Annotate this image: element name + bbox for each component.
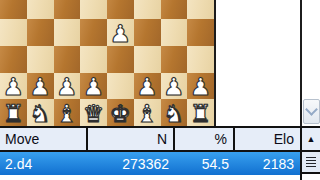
board-square[interactable]: ♞ <box>27 99 54 126</box>
board-square[interactable]: ♟ <box>134 73 161 100</box>
white-queen-icon[interactable]: ♛ <box>83 101 105 126</box>
white-pawn-icon[interactable]: ♟ <box>110 21 132 47</box>
white-pawn-icon[interactable]: ♟ <box>163 74 185 100</box>
cell-percent: 54.5 <box>175 152 235 175</box>
board-square[interactable] <box>134 19 161 46</box>
white-knight-icon[interactable]: ♞ <box>29 101 51 126</box>
board-square[interactable]: ♟ <box>27 73 54 100</box>
cell-n: 273362 <box>88 152 175 175</box>
board-square[interactable] <box>80 19 107 46</box>
grip-line <box>306 163 316 164</box>
cell-move: 2.d3 <box>0 176 88 180</box>
notation-panel <box>216 0 300 126</box>
board-square[interactable]: ♟ <box>187 73 214 100</box>
board-square[interactable]: ♝ <box>134 99 161 126</box>
board-square[interactable] <box>0 19 27 46</box>
board-square[interactable] <box>54 46 81 73</box>
table-row-selected[interactable]: 2.d4 273362 54.5 2183 <box>0 152 300 175</box>
board-square[interactable] <box>54 0 81 19</box>
board-square[interactable]: ♜ <box>0 99 27 126</box>
white-bishop-icon[interactable]: ♝ <box>56 101 78 126</box>
white-pawn-icon[interactable]: ♟ <box>29 74 51 100</box>
white-pawn-icon[interactable]: ♟ <box>56 74 78 100</box>
white-knight-icon[interactable]: ♞ <box>163 101 185 126</box>
board-square[interactable] <box>187 19 214 46</box>
white-king-icon[interactable]: ♚ <box>110 101 132 126</box>
board-square[interactable]: ♟ <box>0 73 27 100</box>
board-square[interactable] <box>134 0 161 19</box>
notation-scroll-down-button[interactable] <box>303 99 320 124</box>
board-square[interactable] <box>134 46 161 73</box>
table-scrollbar-thumb[interactable] <box>302 152 320 174</box>
board-square[interactable] <box>187 0 214 19</box>
board-square[interactable]: ♛ <box>80 99 107 126</box>
board-square[interactable]: ♟ <box>107 19 134 46</box>
white-pawn-icon[interactable]: ♟ <box>136 74 158 100</box>
board-square[interactable]: ♞ <box>161 99 188 126</box>
grip-line <box>306 160 316 161</box>
board-square[interactable] <box>27 19 54 46</box>
cell-move: 2.d4 <box>0 152 88 175</box>
header-n[interactable]: N <box>88 128 175 150</box>
up-arrow-icon: ▲ <box>307 134 316 144</box>
board-square[interactable]: ♜ <box>187 99 214 126</box>
table-header-row: Move N % Elo <box>0 128 300 152</box>
board-square[interactable] <box>161 0 188 19</box>
white-pawn-icon[interactable]: ♟ <box>3 74 25 100</box>
table-scroll-up-button[interactable]: ▲ <box>302 128 320 152</box>
board-square[interactable] <box>107 46 134 73</box>
white-bishop-icon[interactable]: ♝ <box>136 101 158 126</box>
cell-n: 24737 <box>88 176 175 180</box>
board-square[interactable]: ♚ <box>107 99 134 126</box>
board-square[interactable]: ♝ <box>54 99 81 126</box>
table-row[interactable]: 2.d3 24737 55.4 2041 <box>0 176 300 180</box>
grip-line <box>306 166 316 167</box>
header-percent[interactable]: % <box>175 128 235 150</box>
move-stats-table: Move N % Elo 2.d4 273362 54.5 2183 2.d3 … <box>0 126 302 180</box>
white-rook-icon[interactable]: ♜ <box>190 101 212 126</box>
board-square[interactable]: ♟ <box>161 73 188 100</box>
board-square[interactable] <box>27 0 54 19</box>
board-square[interactable]: ♟ <box>80 73 107 100</box>
white-rook-icon[interactable]: ♜ <box>3 101 25 126</box>
chevron-down-icon <box>305 103 318 116</box>
header-move[interactable]: Move <box>0 128 88 150</box>
board-square[interactable] <box>80 0 107 19</box>
white-pawn-icon[interactable]: ♟ <box>83 74 105 100</box>
board-square[interactable] <box>107 73 134 100</box>
cell-elo: 2041 <box>235 176 300 180</box>
board-square[interactable] <box>107 0 134 19</box>
board-grid: ♜♞♝♛♚♝♞♜♟♟♟♟♟♟♟♟♟♟♟♟♟♟♟♟♜♞♝♛♚♝♞♜ <box>0 0 214 126</box>
white-pawn-icon[interactable]: ♟ <box>190 74 212 100</box>
cell-elo: 2183 <box>235 152 300 175</box>
table-scrollbar: ▲ <box>302 126 320 180</box>
header-elo[interactable]: Elo <box>235 128 300 150</box>
board-square[interactable] <box>161 19 188 46</box>
board-square[interactable] <box>187 46 214 73</box>
board-square[interactable]: ♟ <box>54 73 81 100</box>
board-square[interactable] <box>80 46 107 73</box>
board-square[interactable] <box>54 19 81 46</box>
board-square[interactable] <box>161 46 188 73</box>
board-square[interactable] <box>0 0 27 19</box>
cell-percent: 55.4 <box>175 176 235 180</box>
board-square[interactable] <box>0 46 27 73</box>
chess-board[interactable]: ♜♞♝♛♚♝♞♜♟♟♟♟♟♟♟♟♟♟♟♟♟♟♟♟♜♞♝♛♚♝♞♜ <box>0 0 214 126</box>
grip-line <box>306 157 316 158</box>
board-square[interactable] <box>27 46 54 73</box>
